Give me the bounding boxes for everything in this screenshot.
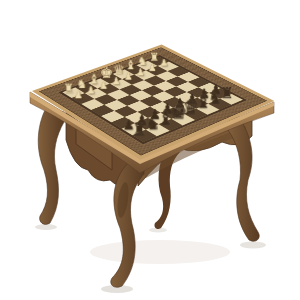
piece-white-pawn: ♟	[160, 59, 168, 68]
piece-white-pawn: ♟	[74, 90, 83, 100]
piece-white-queen: ♛	[113, 63, 125, 76]
piece-white-pawn: ♟	[148, 63, 157, 73]
piece-black-bishop: ♝	[158, 109, 174, 127]
piece-white-pawn: ♟	[136, 67, 145, 77]
table-leg-right	[228, 116, 259, 241]
piece-black-rook: ♜	[132, 122, 147, 138]
piece-white-pawn: ♟	[99, 81, 108, 91]
piece-black-rook: ♜	[220, 86, 234, 101]
piece-white-pawn: ♟	[124, 72, 133, 82]
piece-white-bishop: ♝	[89, 72, 100, 85]
piece-white-pawn: ♟	[87, 86, 96, 96]
piece-white-knight: ♞	[76, 78, 87, 90]
piece-white-rook: ♜	[63, 83, 74, 95]
floor-shadows	[35, 224, 266, 293]
piece-white-pawn: ♟	[112, 76, 121, 86]
table-leg-left	[38, 108, 64, 224]
piece-black-knight: ♞	[146, 116, 160, 132]
board-square: ♜	[220, 94, 243, 105]
chess-table-product-photo: ♜♟♟♜♞♟♟♞♝♟♟♝♛♟♟♛♚♟♟♚♝♟♟♝♞♟♟♞♜♟♟♜	[0, 0, 300, 300]
